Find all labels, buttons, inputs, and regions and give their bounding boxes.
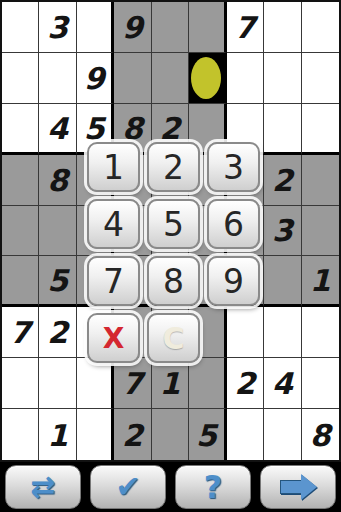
cell-r9c4[interactable]: 2 — [114, 409, 151, 460]
given-number: 3 — [272, 216, 293, 246]
cell-r8c7[interactable]: 2 — [227, 358, 264, 409]
cell-r3c8[interactable] — [264, 104, 301, 155]
restart-arrows-icon: ⇄ — [30, 472, 55, 502]
numpad-key-5[interactable]: 5 — [147, 199, 200, 249]
given-number: 8 — [310, 421, 331, 451]
cell-r8c2[interactable] — [39, 358, 76, 409]
given-number: 5 — [84, 114, 105, 144]
cell-r2c4[interactable] — [114, 53, 151, 104]
given-number: 7 — [234, 13, 255, 43]
given-number: 4 — [272, 369, 293, 399]
given-number: 2 — [272, 166, 293, 196]
cell-r4c9[interactable] — [302, 155, 339, 206]
cell-r5c1[interactable] — [2, 206, 39, 257]
cell-r3c1[interactable] — [2, 104, 39, 155]
cell-r9c3[interactable] — [77, 409, 114, 460]
cell-r8c3[interactable] — [77, 358, 114, 409]
given-number: 1 — [160, 369, 181, 399]
numpad-key-3[interactable]: 3 — [207, 142, 260, 192]
cell-r6c8[interactable] — [264, 256, 301, 307]
cell-r5c9[interactable] — [302, 206, 339, 257]
cell-r8c5[interactable]: 1 — [152, 358, 189, 409]
given-number: 8 — [47, 166, 68, 196]
given-number: 3 — [47, 13, 68, 43]
bottom-toolbar: ⇄✔? — [0, 462, 341, 512]
cell-r6c1[interactable] — [2, 256, 39, 307]
toolbar-hint-button[interactable]: ? — [175, 465, 251, 509]
cell-r2c9[interactable] — [302, 53, 339, 104]
numpad-key-4[interactable]: 4 — [87, 199, 140, 249]
cell-r7c9[interactable] — [302, 307, 339, 358]
toolbar-restart-button[interactable]: ⇄ — [5, 465, 81, 509]
cell-r9c5[interactable] — [152, 409, 189, 460]
cell-r1c4[interactable]: 9 — [114, 2, 151, 53]
numpad-clear-button[interactable]: C — [147, 313, 200, 363]
cell-r8c8[interactable]: 4 — [264, 358, 301, 409]
given-number: 7 — [10, 318, 31, 348]
cell-r3c9[interactable] — [302, 104, 339, 155]
cell-r2c7[interactable] — [227, 53, 264, 104]
numpad-key-8[interactable]: 8 — [147, 256, 200, 306]
given-number: 5 — [196, 421, 217, 451]
numpad-key-1[interactable]: 1 — [87, 142, 140, 192]
numpad-key-2[interactable]: 2 — [147, 142, 200, 192]
cell-r3c2[interactable]: 4 — [39, 104, 76, 155]
cell-r5c8[interactable]: 3 — [264, 206, 301, 257]
numpad-cancel-button[interactable]: X — [87, 313, 140, 363]
numpad-key-9[interactable]: 9 — [207, 256, 260, 306]
given-number: 5 — [47, 266, 68, 296]
cell-r9c2[interactable]: 1 — [39, 409, 76, 460]
cell-r6c9[interactable]: 1 — [302, 256, 339, 307]
given-number: 2 — [122, 421, 143, 451]
given-number: 1 — [310, 266, 331, 296]
cell-r5c2[interactable] — [39, 206, 76, 257]
cell-r2c1[interactable] — [2, 53, 39, 104]
given-number: 9 — [122, 13, 143, 43]
cell-r2c6[interactable] — [189, 53, 226, 104]
numpad-key-6[interactable]: 6 — [207, 199, 260, 249]
given-number: 2 — [160, 114, 181, 144]
cell-r1c3[interactable] — [77, 2, 114, 53]
checkmark-icon: ✔ — [115, 472, 140, 502]
cell-r8c6[interactable] — [189, 358, 226, 409]
cell-r1c2[interactable]: 3 — [39, 2, 76, 53]
given-number: 7 — [122, 369, 143, 399]
toolbar-check-button[interactable]: ✔ — [90, 465, 166, 509]
cell-r4c1[interactable] — [2, 155, 39, 206]
question-mark-icon: ? — [204, 471, 223, 503]
given-number: 2 — [234, 369, 255, 399]
cell-r2c8[interactable] — [264, 53, 301, 104]
cell-r1c8[interactable] — [264, 2, 301, 53]
cell-r2c5[interactable] — [152, 53, 189, 104]
cell-r8c1[interactable] — [2, 358, 39, 409]
cell-r1c5[interactable] — [152, 2, 189, 53]
cell-r2c2[interactable] — [39, 53, 76, 104]
sudoku-app-screen: { "game": "sudoku", "variant": "classic … — [0, 0, 341, 512]
cell-r7c2[interactable]: 2 — [39, 307, 76, 358]
given-number: 4 — [47, 114, 68, 144]
cell-r4c8[interactable]: 2 — [264, 155, 301, 206]
cell-r7c1[interactable]: 7 — [2, 307, 39, 358]
cell-r2c3[interactable]: 9 — [77, 53, 114, 104]
cell-r1c6[interactable] — [189, 2, 226, 53]
cell-r8c9[interactable] — [302, 358, 339, 409]
cell-r1c1[interactable] — [2, 2, 39, 53]
numpad-key-7[interactable]: 7 — [87, 256, 140, 306]
cell-r8c4[interactable]: 7 — [114, 358, 151, 409]
selected-cell-marker — [191, 57, 221, 99]
cell-r9c9[interactable]: 8 — [302, 409, 339, 460]
cell-r4c2[interactable]: 8 — [39, 155, 76, 206]
given-number: 9 — [84, 64, 105, 94]
given-number: 8 — [122, 114, 143, 144]
number-pad-popup: 123456789XC — [87, 142, 260, 363]
cell-r1c7[interactable]: 7 — [227, 2, 264, 53]
cell-r9c6[interactable]: 5 — [189, 409, 226, 460]
cell-r9c1[interactable] — [2, 409, 39, 460]
cell-r1c9[interactable] — [302, 2, 339, 53]
cell-r9c8[interactable] — [264, 409, 301, 460]
cell-r7c8[interactable] — [264, 307, 301, 358]
given-number: 1 — [47, 421, 68, 451]
toolbar-next-button[interactable] — [260, 465, 336, 509]
given-number: 2 — [47, 318, 68, 348]
cell-r6c2[interactable]: 5 — [39, 256, 76, 307]
cell-r9c7[interactable] — [227, 409, 264, 460]
arrow-right-icon — [280, 474, 317, 500]
